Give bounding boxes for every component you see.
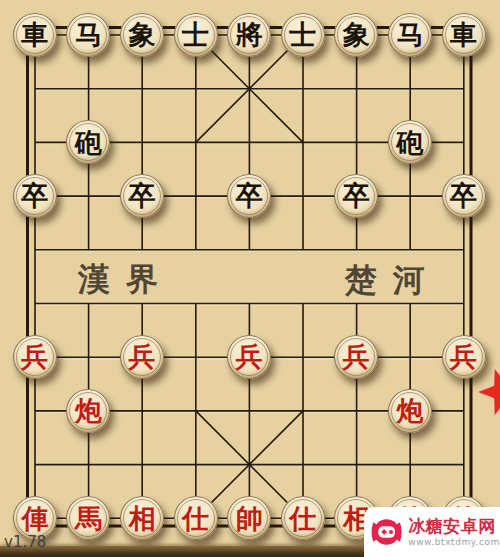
piece-black-f2r3[interactable]: 砲 bbox=[66, 120, 110, 164]
piece-glyph: 象 bbox=[128, 12, 155, 57]
piece-glyph: 兵 bbox=[236, 334, 263, 379]
piece-glyph: 帥 bbox=[236, 496, 263, 541]
piece-red-f8r8[interactable]: 炮 bbox=[388, 389, 432, 433]
version-label: v1.78 bbox=[4, 533, 46, 551]
piece-black-f4r1[interactable]: 士 bbox=[174, 13, 218, 57]
piece-black-f6r1[interactable]: 士 bbox=[281, 13, 325, 57]
star-watermark-icon bbox=[476, 367, 500, 417]
piece-glyph: 車 bbox=[21, 12, 48, 57]
piece-glyph: 卒 bbox=[21, 173, 48, 218]
xiangqi-board: 漢界 楚河 車马象士將士象马車砲砲卒卒卒卒卒兵兵兵兵兵炮炮俥馬相仕帥仕相俥俥 v… bbox=[0, 0, 500, 557]
piece-glyph: 兵 bbox=[21, 334, 48, 379]
piece-glyph: 兵 bbox=[343, 334, 370, 379]
piece-glyph: 象 bbox=[343, 12, 370, 57]
piece-black-f3r1[interactable]: 象 bbox=[120, 13, 164, 57]
piece-black-f5r1[interactable]: 將 bbox=[227, 13, 271, 57]
piece-glyph: 炮 bbox=[396, 388, 423, 433]
piece-glyph: 卒 bbox=[450, 173, 477, 218]
piece-black-f9r1[interactable]: 車 bbox=[442, 13, 486, 57]
piece-glyph: 炮 bbox=[75, 388, 102, 433]
piece-black-f9r4[interactable]: 卒 bbox=[442, 174, 486, 218]
piece-glyph: 車 bbox=[450, 12, 477, 57]
piece-red-f5r7[interactable]: 兵 bbox=[227, 335, 271, 379]
piece-black-f8r1[interactable]: 马 bbox=[388, 13, 432, 57]
piece-black-f7r1[interactable]: 象 bbox=[334, 13, 378, 57]
candy-icon bbox=[368, 511, 405, 553]
piece-glyph: 砲 bbox=[75, 120, 102, 165]
piece-red-f5r10[interactable]: 帥 bbox=[227, 496, 271, 540]
piece-glyph: 相 bbox=[128, 496, 155, 541]
piece-glyph: 將 bbox=[236, 12, 263, 57]
piece-glyph: 卒 bbox=[236, 173, 263, 218]
piece-red-f4r10[interactable]: 仕 bbox=[174, 496, 218, 540]
piece-black-f2r1[interactable]: 马 bbox=[66, 13, 110, 57]
watermark-badge[interactable]: 冰糖安卓网 www.btxtdmy.com bbox=[364, 507, 500, 557]
piece-red-f2r10[interactable]: 馬 bbox=[66, 496, 110, 540]
piece-glyph: 仕 bbox=[289, 496, 316, 541]
piece-black-f5r4[interactable]: 卒 bbox=[227, 174, 271, 218]
board-grid[interactable]: 車马象士將士象马車砲砲卒卒卒卒卒兵兵兵兵兵炮炮俥馬相仕帥仕相俥俥 bbox=[8, 8, 490, 545]
piece-glyph: 兵 bbox=[128, 334, 155, 379]
piece-glyph: 士 bbox=[182, 12, 209, 57]
piece-red-f3r7[interactable]: 兵 bbox=[120, 335, 164, 379]
piece-glyph: 马 bbox=[75, 12, 102, 57]
piece-glyph: 仕 bbox=[182, 496, 209, 541]
badge-title: 冰糖安卓网 bbox=[408, 517, 500, 536]
piece-black-f1r4[interactable]: 卒 bbox=[13, 174, 57, 218]
piece-glyph: 马 bbox=[396, 12, 423, 57]
piece-black-f8r3[interactable]: 砲 bbox=[388, 120, 432, 164]
piece-black-f7r4[interactable]: 卒 bbox=[334, 174, 378, 218]
piece-red-f2r8[interactable]: 炮 bbox=[66, 389, 110, 433]
piece-black-f1r1[interactable]: 車 bbox=[13, 13, 57, 57]
piece-glyph: 馬 bbox=[75, 496, 102, 541]
piece-red-f7r7[interactable]: 兵 bbox=[334, 335, 378, 379]
piece-glyph: 兵 bbox=[450, 334, 477, 379]
piece-glyph: 卒 bbox=[128, 173, 155, 218]
piece-black-f3r4[interactable]: 卒 bbox=[120, 174, 164, 218]
piece-red-f3r10[interactable]: 相 bbox=[120, 496, 164, 540]
piece-glyph: 卒 bbox=[343, 173, 370, 218]
badge-url: www.btxtdmy.com bbox=[408, 537, 500, 547]
piece-glyph: 砲 bbox=[396, 120, 423, 165]
piece-red-f1r7[interactable]: 兵 bbox=[13, 335, 57, 379]
piece-red-f6r10[interactable]: 仕 bbox=[281, 496, 325, 540]
piece-glyph: 士 bbox=[289, 12, 316, 57]
